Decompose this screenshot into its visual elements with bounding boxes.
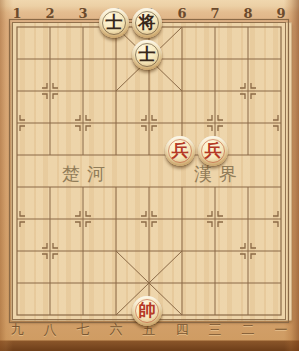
piece-red-soldier[interactable]: 兵: [165, 136, 195, 166]
point-marker: [152, 115, 157, 120]
piece-black-general[interactable]: 将: [132, 8, 162, 38]
point-marker: [207, 126, 212, 131]
point-marker: [218, 126, 223, 131]
point-marker: [207, 222, 212, 227]
piece-red-soldier[interactable]: 兵: [198, 136, 228, 166]
piece-black-advisor[interactable]: 士: [132, 40, 162, 70]
point-marker: [273, 115, 278, 120]
point-marker: [20, 222, 25, 227]
point-marker: [240, 254, 245, 259]
file-label-top-3: 3: [72, 6, 94, 21]
point-marker: [141, 211, 146, 216]
point-marker: [75, 126, 80, 131]
point-marker: [251, 254, 256, 259]
piece-glyph: 帥: [139, 302, 156, 319]
point-marker: [53, 254, 58, 259]
piece-glyph: 兵: [172, 142, 189, 159]
point-marker: [218, 115, 223, 120]
point-marker: [42, 254, 47, 259]
point-marker: [240, 83, 245, 88]
point-marker: [53, 94, 58, 99]
file-label-bottom-4: 六: [105, 321, 127, 339]
point-marker: [207, 211, 212, 216]
file-label-bottom-6: 四: [171, 321, 193, 339]
point-marker: [141, 222, 146, 227]
point-marker: [75, 211, 80, 216]
point-marker: [240, 243, 245, 248]
piece-glyph: 将: [139, 14, 156, 31]
point-marker: [53, 243, 58, 248]
point-marker: [152, 222, 157, 227]
piece-glyph: 士: [139, 46, 156, 63]
piece-red-general[interactable]: 帥: [132, 296, 162, 326]
point-marker: [141, 126, 146, 131]
point-marker: [218, 222, 223, 227]
point-marker: [20, 126, 25, 131]
point-marker: [42, 243, 47, 248]
point-marker: [141, 115, 146, 120]
file-label-bottom-3: 七: [72, 321, 94, 339]
file-label-top-9: 9: [270, 6, 292, 21]
point-marker: [42, 83, 47, 88]
point-marker: [20, 115, 25, 120]
point-marker: [86, 211, 91, 216]
file-label-bottom-1: 九: [6, 321, 28, 339]
piece-black-advisor[interactable]: 士: [99, 8, 129, 38]
point-marker: [152, 126, 157, 131]
point-marker: [251, 243, 256, 248]
point-marker: [273, 211, 278, 216]
river-label-right: 漢界: [194, 163, 244, 184]
file-label-top-6: 6: [171, 6, 193, 21]
piece-glyph: 兵: [205, 142, 222, 159]
file-label-bottom-8: 二: [237, 321, 259, 339]
xiangqi-board-screen: 楚河漢界 123456789 九八七六五四三二一 士将士兵兵帥: [0, 0, 299, 351]
piece-glyph: 士: [106, 14, 123, 31]
file-label-top-1: 1: [6, 6, 28, 21]
point-marker: [251, 83, 256, 88]
river-label-left: 楚河: [62, 163, 112, 184]
file-label-top-7: 7: [204, 6, 226, 21]
point-marker: [207, 115, 212, 120]
point-marker: [251, 94, 256, 99]
file-label-bottom-7: 三: [204, 321, 226, 339]
point-marker: [86, 222, 91, 227]
point-marker: [273, 126, 278, 131]
file-label-bottom-9: 一: [270, 321, 292, 339]
point-marker: [218, 211, 223, 216]
point-marker: [42, 94, 47, 99]
point-marker: [273, 222, 278, 227]
file-label-top-8: 8: [237, 6, 259, 21]
point-marker: [240, 94, 245, 99]
point-marker: [75, 115, 80, 120]
point-marker: [20, 211, 25, 216]
point-marker: [86, 126, 91, 131]
point-marker: [86, 115, 91, 120]
file-label-top-2: 2: [39, 6, 61, 21]
point-marker: [53, 83, 58, 88]
point-marker: [75, 222, 80, 227]
point-marker: [152, 211, 157, 216]
file-label-bottom-2: 八: [39, 321, 61, 339]
